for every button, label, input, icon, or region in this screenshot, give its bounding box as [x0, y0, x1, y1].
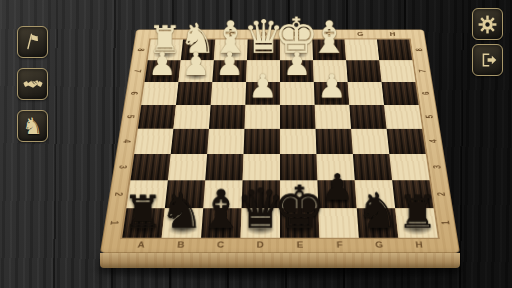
- flag-icon: [23, 32, 43, 52]
- piece-white-pawn[interactable]: ♟: [235, 55, 290, 100]
- file-label-h: H: [398, 238, 439, 252]
- file-label-e: E: [280, 238, 320, 252]
- square-c4[interactable]: [207, 129, 244, 154]
- rank-label-left-6: 6: [116, 88, 152, 98]
- file-label-g: G: [359, 238, 400, 252]
- settings-button[interactable]: [472, 8, 503, 40]
- square-e4[interactable]: [280, 129, 316, 154]
- square-d4[interactable]: [244, 129, 280, 154]
- file-label-b: B: [160, 238, 201, 252]
- chess-board: ♜♞♝♛♚♝♟♟♟♟♟♟♟♜♞♝♛♚♞♜AABBCCDDEEFFGGHH8877…: [100, 29, 460, 253]
- rank-label-right-8: 8: [402, 45, 436, 54]
- file-label-a: A: [120, 238, 161, 252]
- square-g4[interactable]: [351, 129, 389, 154]
- piece-white-pawn[interactable]: ♟: [304, 55, 359, 100]
- rank-label-right-7: 7: [405, 66, 440, 76]
- knight-icon: ♞: [22, 115, 43, 138]
- file-label-c: C: [200, 238, 240, 252]
- square-f6[interactable]: ♟: [314, 82, 349, 105]
- rank-label-right-6: 6: [408, 88, 444, 98]
- square-b3[interactable]: [168, 154, 207, 180]
- rank-label-right-3: 3: [418, 161, 457, 173]
- file-label-f: F: [319, 238, 359, 252]
- square-d6[interactable]: ♟: [245, 82, 280, 105]
- rank-label-left-4: 4: [108, 136, 146, 147]
- handshake-icon: [22, 74, 44, 94]
- resign-flag-button[interactable]: [17, 26, 48, 58]
- exit-icon: [478, 50, 498, 70]
- chess-scene: ♜♞♝♛♚♝♟♟♟♟♟♟♟♜♞♝♛♚♞♜AABBCCDDEEFFGGHH8877…: [0, 0, 512, 288]
- piece-black-rook[interactable]: ♜: [386, 181, 449, 232]
- file-label-h: H: [376, 30, 409, 39]
- draw-handshake-button[interactable]: [17, 68, 48, 100]
- rank-label-left-3: 3: [104, 161, 143, 173]
- board-front-edge: [100, 253, 460, 268]
- square-f4[interactable]: [316, 129, 353, 154]
- square-b6[interactable]: [176, 82, 212, 105]
- square-b4[interactable]: [171, 129, 209, 154]
- exit-button[interactable]: [472, 44, 503, 76]
- piece-black-king[interactable]: ♚: [268, 181, 331, 232]
- knight-piece-button[interactable]: ♞: [17, 110, 48, 142]
- rank-label-right-4: 4: [414, 136, 452, 147]
- file-label-d: D: [240, 238, 280, 252]
- gear-icon: [477, 14, 498, 35]
